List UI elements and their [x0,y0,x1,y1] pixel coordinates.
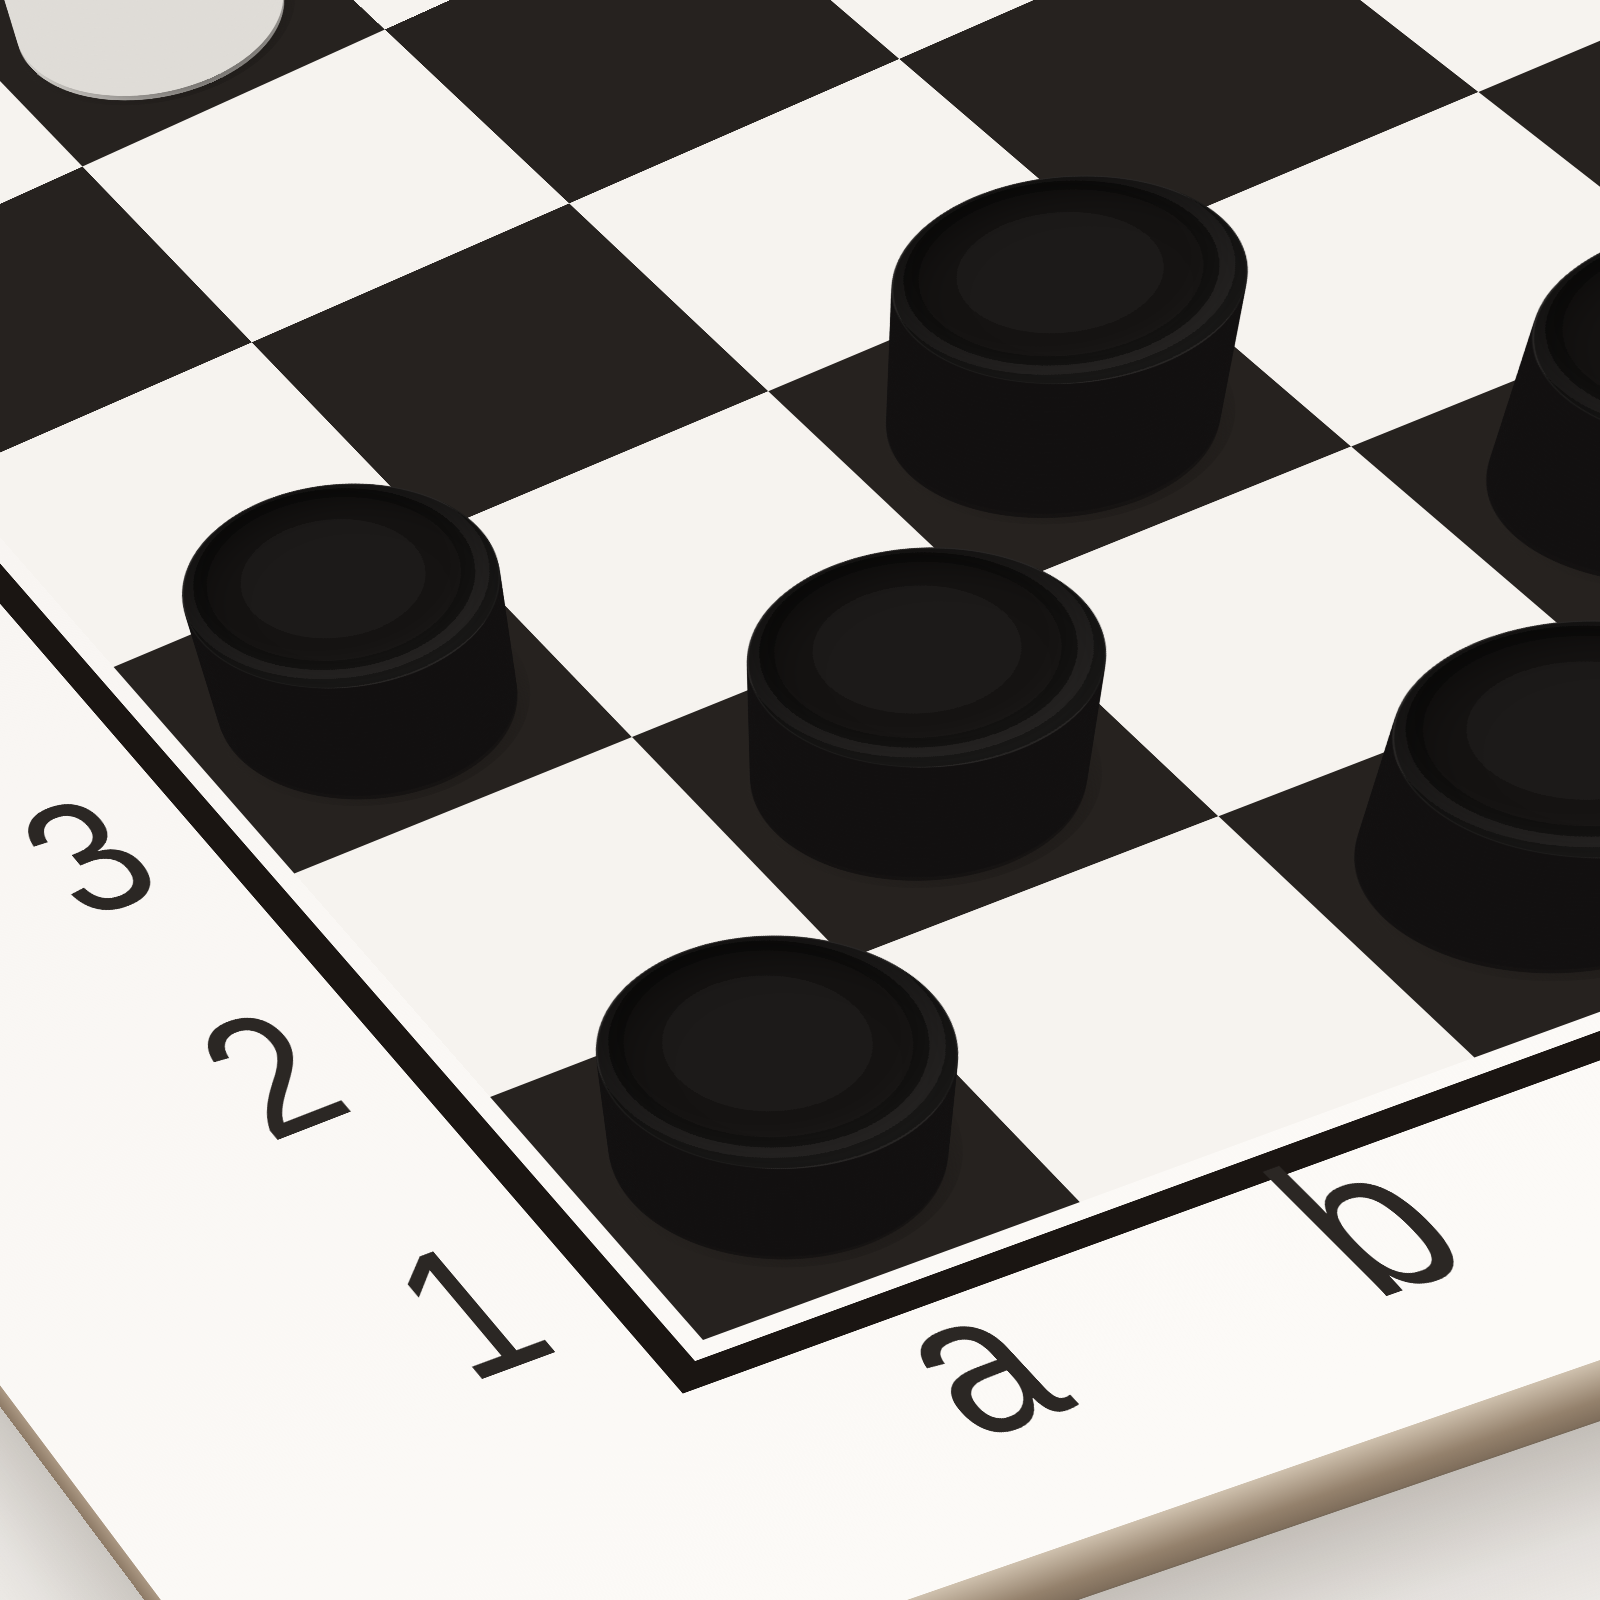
checkers-board-photo: 12345678abcdefgh [0,0,1600,1600]
checkers-board: 12345678abcdefgh [0,0,1600,1600]
perspective-scene: 12345678abcdefgh [0,0,1600,1600]
